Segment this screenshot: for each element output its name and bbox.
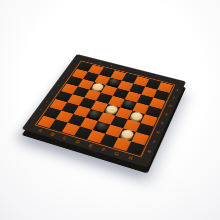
- rank-label-8: 8: [147, 150, 152, 154]
- checkers-board: ABCDEFGH 12345678: [22, 54, 186, 167]
- rank-label-2: 2: [172, 97, 176, 100]
- product-photo-scene: ABCDEFGH 12345678: [0, 0, 220, 220]
- rim-dot: [57, 85, 59, 86]
- file-label-h: H: [127, 156, 133, 161]
- rim-dot: [40, 109, 42, 110]
- file-label-b: B: [50, 132, 56, 137]
- rank-label-1: 1: [175, 89, 179, 92]
- rim-dot: [46, 101, 48, 102]
- rim-dot: [89, 59, 91, 60]
- rank-label-7: 7: [151, 140, 155, 144]
- rim-dot: [73, 63, 75, 64]
- rim-dot: [133, 71, 135, 72]
- rim-dot: [156, 76, 158, 77]
- rim-dot: [63, 78, 65, 79]
- rim-dot: [100, 62, 102, 63]
- file-label-c: C: [62, 136, 68, 141]
- rim-dot: [111, 65, 113, 66]
- rank-label-3: 3: [168, 105, 172, 109]
- rim-dot: [68, 70, 70, 71]
- file-label-e: E: [88, 144, 93, 149]
- file-label-g: G: [114, 151, 120, 156]
- file-label-f: F: [101, 148, 106, 153]
- rank-label-4: 4: [164, 113, 168, 117]
- rank-label-5: 5: [160, 122, 164, 126]
- rim-dot: [52, 93, 54, 94]
- rim-dot: [144, 73, 146, 74]
- rim-dot: [122, 68, 124, 69]
- file-label-d: D: [75, 140, 81, 145]
- rank-label-6: 6: [156, 131, 160, 135]
- file-label-a: A: [37, 129, 43, 134]
- rim-dot: [33, 117, 35, 119]
- rim-dot: [168, 79, 170, 80]
